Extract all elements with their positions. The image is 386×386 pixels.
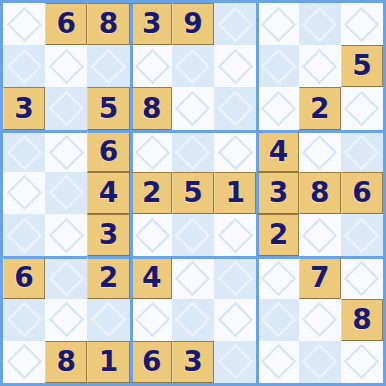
diamond-pattern-icon [49, 302, 84, 337]
cell-r1c8[interactable] [299, 3, 341, 45]
diamond-pattern-icon [218, 6, 253, 41]
cell-r1c2: 6 [45, 3, 87, 45]
diamond-pattern-icon [6, 175, 41, 210]
diamond-pattern-icon [91, 302, 126, 337]
diamond-pattern-icon [91, 49, 126, 84]
diamond-pattern-icon [175, 49, 210, 84]
cell-r2c5[interactable] [172, 45, 214, 87]
cell-r3c1: 3 [3, 87, 45, 129]
given-digit: 5 [352, 52, 371, 80]
diamond-pattern-icon [302, 344, 337, 379]
cell-r3c7[interactable] [256, 87, 298, 129]
diamond-pattern-icon [49, 135, 84, 170]
diamond-pattern-icon [218, 135, 253, 170]
cell-r2c9: 5 [341, 45, 383, 87]
diamond-pattern-icon [344, 6, 379, 41]
given-digit: 5 [183, 179, 202, 207]
cell-r5c7: 3 [256, 172, 298, 214]
diamond-pattern-icon [261, 344, 296, 379]
cell-r6c7: 2 [256, 214, 298, 256]
cell-r6c3: 3 [87, 214, 129, 256]
cell-r5c5: 5 [172, 172, 214, 214]
diamond-pattern-icon [135, 135, 170, 170]
cell-r1c5: 9 [172, 3, 214, 45]
diamond-pattern-icon [49, 49, 84, 84]
diamond-pattern-icon [175, 302, 210, 337]
given-digit: 1 [225, 179, 244, 207]
given-digit: 8 [57, 348, 76, 376]
given-digit: 9 [183, 10, 202, 38]
given-digit: 6 [14, 264, 33, 292]
cell-r2c1[interactable] [3, 45, 45, 87]
given-digit: 3 [99, 221, 118, 249]
diamond-pattern-icon [6, 344, 41, 379]
diamond-pattern-icon [49, 218, 84, 253]
diamond-pattern-icon [344, 91, 379, 126]
sudoku-board: 68395358264425138632624788163 [0, 0, 386, 386]
cell-r8c3[interactable] [87, 299, 129, 341]
cell-r6c4[interactable] [130, 214, 172, 256]
given-digit: 7 [310, 264, 329, 292]
cell-r2c8[interactable] [299, 45, 341, 87]
diamond-pattern-icon [302, 6, 337, 41]
cell-r8c6[interactable] [214, 299, 256, 341]
given-digit: 5 [99, 95, 118, 123]
cell-r3c6[interactable] [214, 87, 256, 129]
cell-r4c1[interactable] [3, 130, 45, 172]
cell-r9c8[interactable] [299, 341, 341, 383]
given-digit: 6 [99, 138, 118, 166]
cell-r4c3: 6 [87, 130, 129, 172]
cell-r6c1[interactable] [3, 214, 45, 256]
cell-r8c4[interactable] [130, 299, 172, 341]
cell-r2c4[interactable] [130, 45, 172, 87]
given-digit: 6 [142, 348, 161, 376]
cell-r1c7[interactable] [256, 3, 298, 45]
given-digit: 4 [99, 179, 118, 207]
diamond-pattern-icon [302, 49, 337, 84]
cell-r9c2: 8 [45, 341, 87, 383]
cell-r6c5[interactable] [172, 214, 214, 256]
diamond-pattern-icon [175, 218, 210, 253]
diamond-pattern-icon [135, 49, 170, 84]
cell-r8c5[interactable] [172, 299, 214, 341]
cell-r5c3: 4 [87, 172, 129, 214]
diamond-pattern-icon [6, 135, 41, 170]
cell-r8c2[interactable] [45, 299, 87, 341]
diamond-pattern-icon [218, 302, 253, 337]
cell-r8c8[interactable] [299, 299, 341, 341]
diamond-pattern-icon [261, 91, 296, 126]
diamond-pattern-icon [218, 91, 253, 126]
cell-r9c1[interactable] [3, 341, 45, 383]
diamond-pattern-icon [6, 218, 41, 253]
cell-r6c8[interactable] [299, 214, 341, 256]
diamond-pattern-icon [261, 302, 296, 337]
diamond-pattern-icon [49, 175, 84, 210]
cell-r3c4: 8 [130, 87, 172, 129]
cell-r4c6[interactable] [214, 130, 256, 172]
given-digit: 1 [99, 348, 118, 376]
given-digit: 4 [142, 264, 161, 292]
diamond-pattern-icon [6, 302, 41, 337]
cell-r7c6[interactable] [214, 256, 256, 298]
cell-r4c7: 4 [256, 130, 298, 172]
diamond-pattern-icon [49, 91, 84, 126]
diamond-pattern-icon [218, 261, 253, 296]
cell-r2c6[interactable] [214, 45, 256, 87]
given-digit: 4 [269, 138, 288, 166]
cell-r7c4: 4 [130, 256, 172, 298]
given-digit: 2 [269, 221, 288, 249]
cell-r3c5[interactable] [172, 87, 214, 129]
cell-r9c9[interactable] [341, 341, 383, 383]
cell-r8c9: 8 [341, 299, 383, 341]
cell-r7c7[interactable] [256, 256, 298, 298]
cell-r9c3: 1 [87, 341, 129, 383]
given-digit: 3 [142, 10, 161, 38]
cell-r8c1[interactable] [3, 299, 45, 341]
diamond-pattern-icon [135, 218, 170, 253]
given-digit: 8 [99, 10, 118, 38]
cell-r5c6: 1 [214, 172, 256, 214]
cell-r1c1[interactable] [3, 3, 45, 45]
cell-r4c8[interactable] [299, 130, 341, 172]
diamond-pattern-icon [175, 91, 210, 126]
cell-r3c2[interactable] [45, 87, 87, 129]
cell-r5c9: 6 [341, 172, 383, 214]
cell-r9c4: 6 [130, 341, 172, 383]
cell-r8c7[interactable] [256, 299, 298, 341]
cell-r4c2[interactable] [45, 130, 87, 172]
cell-r3c9[interactable] [341, 87, 383, 129]
given-digit: 3 [269, 179, 288, 207]
given-digit: 2 [142, 179, 161, 207]
diamond-pattern-icon [344, 261, 379, 296]
cell-r2c2[interactable] [45, 45, 87, 87]
cell-r4c4[interactable] [130, 130, 172, 172]
cell-r1c3: 8 [87, 3, 129, 45]
cell-r6c6[interactable] [214, 214, 256, 256]
cell-r5c1[interactable] [3, 172, 45, 214]
cell-r3c8: 2 [299, 87, 341, 129]
cell-r1c9[interactable] [341, 3, 383, 45]
cell-r4c9[interactable] [341, 130, 383, 172]
cell-r7c2[interactable] [45, 256, 87, 298]
diamond-pattern-icon [49, 261, 84, 296]
diamond-pattern-icon [218, 49, 253, 84]
cell-r3c3: 5 [87, 87, 129, 129]
cell-r1c6[interactable] [214, 3, 256, 45]
diamond-pattern-icon [344, 218, 379, 253]
cell-r2c3[interactable] [87, 45, 129, 87]
diamond-pattern-icon [344, 344, 379, 379]
cell-r1c4: 3 [130, 3, 172, 45]
given-digit: 6 [57, 10, 76, 38]
cell-r4c5[interactable] [172, 130, 214, 172]
diamond-pattern-icon [261, 49, 296, 84]
cell-r7c8: 7 [299, 256, 341, 298]
given-digit: 2 [99, 264, 118, 292]
diamond-pattern-icon [261, 261, 296, 296]
cell-r7c5[interactable] [172, 256, 214, 298]
diamond-pattern-icon [175, 135, 210, 170]
cell-r5c8: 8 [299, 172, 341, 214]
diamond-pattern-icon [261, 6, 296, 41]
given-digit: 8 [310, 179, 329, 207]
diamond-pattern-icon [302, 218, 337, 253]
diamond-pattern-icon [218, 218, 253, 253]
diamond-pattern-icon [135, 302, 170, 337]
diamond-pattern-icon [302, 135, 337, 170]
diamond-pattern-icon [6, 49, 41, 84]
cell-r2c7[interactable] [256, 45, 298, 87]
cell-r5c4: 2 [130, 172, 172, 214]
diamond-pattern-icon [175, 261, 210, 296]
diamond-pattern-icon [344, 135, 379, 170]
given-digit: 3 [14, 95, 33, 123]
diamond-pattern-icon [6, 6, 41, 41]
cell-r7c1: 6 [3, 256, 45, 298]
diamond-pattern-icon [302, 302, 337, 337]
diamond-pattern-icon [218, 344, 253, 379]
cell-r9c5: 3 [172, 341, 214, 383]
given-digit: 8 [142, 95, 161, 123]
cell-r7c9[interactable] [341, 256, 383, 298]
cell-r7c3: 2 [87, 256, 129, 298]
given-digit: 3 [183, 348, 202, 376]
given-digit: 6 [352, 179, 371, 207]
given-digit: 2 [310, 95, 329, 123]
cell-r9c7[interactable] [256, 341, 298, 383]
given-digit: 8 [352, 306, 371, 334]
cell-r5c2[interactable] [45, 172, 87, 214]
cell-r6c2[interactable] [45, 214, 87, 256]
cell-r6c9[interactable] [341, 214, 383, 256]
cell-r9c6[interactable] [214, 341, 256, 383]
